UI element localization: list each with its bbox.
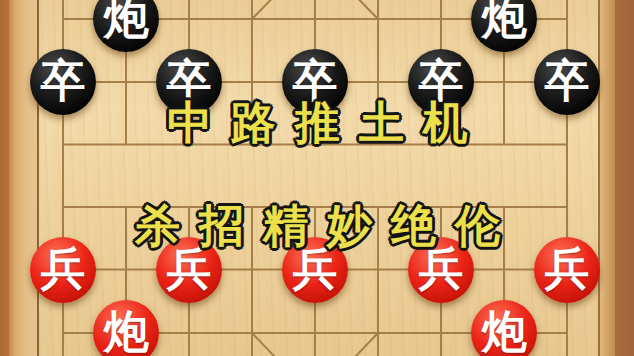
piece-black-file8-row3[interactable]: 卒 <box>534 49 600 115</box>
piece-glyph: 兵 <box>419 246 464 294</box>
overlay-caption-bottom: 杀招精妙绝伦 <box>135 203 519 248</box>
piece-glyph: 炮 <box>104 0 149 43</box>
xiangqi-app: 炮炮卒卒卒卒卒兵兵兵兵兵炮炮 中路推土机 杀招精妙绝伦 <box>0 0 634 356</box>
piece-glyph: 兵 <box>41 246 86 294</box>
piece-glyph: 炮 <box>482 0 527 43</box>
piece-glyph: 炮 <box>104 309 149 356</box>
piece-glyph: 卒 <box>41 58 86 106</box>
piece-glyph: 炮 <box>482 309 527 356</box>
overlay-caption-top: 中路推土机 <box>167 100 487 145</box>
piece-glyph: 兵 <box>167 246 212 294</box>
piece-glyph: 兵 <box>293 246 338 294</box>
piece-red-file8-row6[interactable]: 兵 <box>534 237 600 303</box>
piece-glyph: 兵 <box>545 246 590 294</box>
piece-glyph: 卒 <box>545 58 590 106</box>
piece-red-file0-row6[interactable]: 兵 <box>30 237 96 303</box>
piece-black-file0-row3[interactable]: 卒 <box>30 49 96 115</box>
